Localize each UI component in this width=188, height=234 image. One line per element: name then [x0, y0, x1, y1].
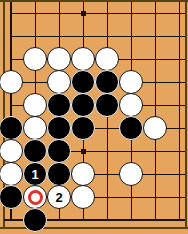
grid-line: [179, 2, 180, 221]
stone-black-f5: [119, 116, 143, 140]
stone-white-f7: [119, 70, 143, 94]
hoshi-point: [81, 11, 86, 16]
stone-white-b2: [23, 185, 47, 209]
stone-black-b1: [23, 208, 47, 232]
stone-white-d8: [71, 47, 95, 71]
grid-line: [155, 2, 156, 221]
stone-white-b8: [23, 47, 47, 71]
red-circle-marker: [28, 190, 43, 205]
grid-line: [10, 13, 185, 14]
stone-white-c2: 2: [47, 185, 71, 209]
stone-white-d2: [71, 185, 95, 209]
move-number-label: 2: [55, 191, 62, 204]
stone-white-a3: [0, 162, 23, 186]
stone-white-e8: [95, 47, 119, 71]
stone-white-c7: [47, 70, 71, 94]
grid-line: [10, 36, 185, 37]
stone-white-f3: [119, 162, 143, 186]
go-diagram: 12: [0, 0, 188, 234]
stone-white-a7: [0, 70, 23, 94]
stone-white-b6: [23, 93, 47, 117]
stone-black-e6: [95, 93, 119, 117]
stone-white-a4: [0, 139, 23, 163]
stone-black-b4: [23, 139, 47, 163]
stone-white-d3: [71, 162, 95, 186]
stone-black-a2: [0, 185, 23, 209]
stone-black-d6: [71, 93, 95, 117]
stone-black-b3: 1: [23, 162, 47, 186]
stone-white-c8: [47, 47, 71, 71]
stone-white-f6: [119, 93, 143, 117]
stone-white-b5: [23, 116, 47, 140]
stone-black-c5: [47, 116, 71, 140]
stone-black-e7: [95, 70, 119, 94]
hoshi-point: [81, 149, 86, 154]
stone-black-c3: [47, 162, 71, 186]
stone-white-g5: [143, 116, 167, 140]
stone-black-d5: [71, 116, 95, 140]
stone-black-c6: [47, 93, 71, 117]
stone-black-d7: [71, 70, 95, 94]
frame-top: [0, 0, 188, 2]
move-number-label: 1: [31, 168, 38, 181]
stone-black-a5: [0, 116, 23, 140]
stone-black-c4: [47, 139, 71, 163]
frame-right: [185, 0, 187, 229]
